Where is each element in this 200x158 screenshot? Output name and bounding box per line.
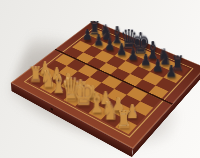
board-frame: ♜♞♝♛♚♝♞♜♟♟♟♟♟♟♟♟♟♟♟♟♟♟♟♟♜♞♝♛♚♝♞♜	[11, 21, 200, 149]
square-c6	[95, 51, 114, 63]
square-b8: ♞	[99, 33, 117, 44]
square-c5	[86, 57, 106, 69]
piece-black-bishop: ♝	[145, 41, 161, 60]
box-clasp-icon	[51, 107, 54, 111]
square-e8: ♚	[133, 48, 152, 60]
square-b7: ♟	[91, 39, 110, 50]
square-e6	[118, 61, 138, 73]
square-a6	[72, 41, 91, 52]
piece-black-pawn: ♟	[104, 39, 115, 52]
piece-black-bishop: ♝	[110, 27, 125, 46]
chess-box: ♜♞♝♛♚♝♞♜♟♟♟♟♟♟♟♟♟♟♟♟♟♟♟♟♜♞♝♛♚♝♞♜	[11, 21, 200, 149]
square-d8: ♛	[121, 43, 140, 54]
square-d6	[106, 56, 125, 68]
piece-white-rook: ♜	[116, 110, 131, 129]
piece-black-pawn: ♟	[128, 49, 139, 63]
piece-black-pawn: ♟	[165, 65, 177, 79]
square-b5	[75, 52, 94, 64]
square-d7: ♟	[114, 49, 133, 61]
piece-black-queen: ♛	[120, 29, 138, 50]
square-c7: ♟	[102, 44, 121, 55]
square-a5	[64, 47, 83, 59]
inlay-border: ♜♞♝♛♚♝♞♜♟♟♟♟♟♟♟♟♟♟♟♟♟♟♟♟♜♞♝♛♚♝♞♜	[24, 27, 194, 138]
piece-black-pawn: ♟	[152, 59, 163, 73]
square-e7: ♟	[126, 54, 145, 66]
piece-black-pawn: ♟	[93, 34, 104, 47]
square-f7: ♟	[138, 59, 158, 71]
piece-black-king: ♚	[131, 32, 150, 55]
piece-black-pawn: ♟	[116, 43, 127, 56]
piece-black-pawn: ♟	[82, 29, 93, 42]
square-c8: ♝	[110, 38, 129, 49]
piece-black-knight: ♞	[99, 24, 113, 41]
square-f8: ♝	[145, 53, 164, 65]
square-a7: ♟	[80, 35, 99, 46]
photo-scene: ♜♞♝♛♚♝♞♜♟♟♟♟♟♟♟♟♟♟♟♟♟♟♟♟♜♞♝♛♚♝♞♜	[0, 0, 200, 158]
piece-black-pawn: ♟	[140, 54, 151, 68]
piece-black-rook: ♜	[89, 21, 101, 36]
perspective-scene: ♜♞♝♛♚♝♞♜♟♟♟♟♟♟♟♟♟♟♟♟♟♟♟♟♜♞♝♛♚♝♞♜	[0, 0, 200, 158]
square-b6	[83, 46, 102, 58]
square-a8: ♜	[88, 29, 106, 40]
square-d5	[98, 62, 118, 75]
